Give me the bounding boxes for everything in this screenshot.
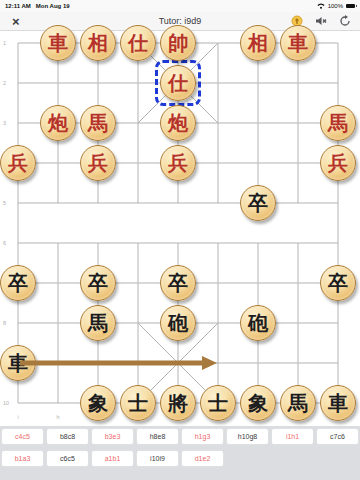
piece-red-chariot[interactable]: 車 [40,25,76,61]
mute-icon[interactable] [314,15,327,28]
status-bar: 12:11 AMMon Aug 19 100% [0,0,360,12]
piece-black-soldier[interactable]: 卒 [0,265,36,301]
piece-red-soldier[interactable]: 兵 [0,145,36,181]
wifi-icon [317,3,325,9]
piece-black-horse[interactable]: 馬 [80,305,116,341]
status-time: 12:11 AM [5,3,31,9]
svg-text:10: 10 [3,400,9,406]
move-cell[interactable]: b8c8 [47,429,88,444]
piece-black-elephant[interactable]: 象 [80,385,116,421]
piece-red-soldier[interactable]: 兵 [160,145,196,181]
piece-black-soldier[interactable]: 卒 [240,185,276,221]
piece-red-soldier[interactable]: 兵 [80,145,116,181]
svg-text:8: 8 [3,320,6,326]
battery-icon [346,4,355,9]
app-screen: 12:11 AMMon Aug 19 100% × Tutor: i9d9 [0,0,360,480]
move-cell[interactable]: d1e2 [182,451,223,466]
svg-text:2: 2 [3,80,6,86]
piece-red-horse[interactable]: 馬 [320,105,356,141]
piece-red-chariot[interactable]: 車 [280,25,316,61]
piece-black-soldier[interactable]: 卒 [320,265,356,301]
piece-red-horse[interactable]: 馬 [80,105,116,141]
piece-black-cannon[interactable]: 砲 [160,305,196,341]
close-button[interactable]: × [12,15,20,28]
piece-red-general[interactable]: 帥 [160,25,196,61]
svg-text:1: 1 [3,40,6,46]
move-cell[interactable]: i1h1 [272,429,313,444]
piece-black-chariot[interactable]: 車 [320,385,356,421]
move-cell[interactable]: c6c5 [47,451,88,466]
piece-black-soldier[interactable]: 卒 [80,265,116,301]
move-cell[interactable]: a1b1 [92,451,133,466]
move-cell[interactable]: c7c6 [317,429,358,444]
piece-black-chariot[interactable]: 車 [0,345,36,381]
restart-icon[interactable] [338,15,351,28]
svg-text:5: 5 [3,200,6,206]
piece-red-advisor[interactable]: 仕 [120,25,156,61]
piece-red-cannon[interactable]: 炮 [160,105,196,141]
move-cell[interactable]: h8e8 [137,429,178,444]
move-cell[interactable]: b1a3 [2,451,43,466]
piece-red-elephant[interactable]: 相 [240,25,276,61]
piece-red-elephant[interactable]: 相 [80,25,116,61]
status-indicators: 100% [317,3,355,9]
move-cell[interactable]: h1g3 [182,429,223,444]
piece-black-advisor[interactable]: 士 [120,385,156,421]
svg-text:3: 3 [3,120,6,126]
piece-red-cannon[interactable]: 炮 [40,105,76,141]
piece-red-advisor[interactable]: 仕 [160,65,196,101]
piece-black-elephant[interactable]: 象 [240,385,276,421]
move-cell[interactable]: h10g8 [227,429,268,444]
svg-text:h: h [56,414,59,420]
move-list: c4c5b8c8b3e3h8e8h1g3h10g8i1h1c7c6b1a3c6c… [0,426,360,480]
move-cell[interactable]: b3e3 [92,429,133,444]
battery-percent: 100% [328,3,343,9]
status-time-date: 12:11 AMMon Aug 19 [5,3,75,9]
svg-text:6: 6 [3,240,6,246]
piece-red-soldier[interactable]: 兵 [320,145,356,181]
piece-black-cannon[interactable]: 砲 [240,305,276,341]
piece-black-soldier[interactable]: 卒 [160,265,196,301]
move-cell[interactable]: i10i9 [137,451,178,466]
piece-black-general[interactable]: 將 [160,385,196,421]
xiangqi-board[interactable]: 12345678910ihgfedcba 車相仕帥相車仕炮馬炮馬兵兵兵兵卒卒卒卒… [0,31,360,422]
piece-black-horse[interactable]: 馬 [280,385,316,421]
status-date: Mon Aug 19 [36,3,70,9]
piece-black-advisor[interactable]: 士 [200,385,236,421]
svg-text:i: i [17,414,18,420]
move-cell[interactable]: c4c5 [2,429,43,444]
